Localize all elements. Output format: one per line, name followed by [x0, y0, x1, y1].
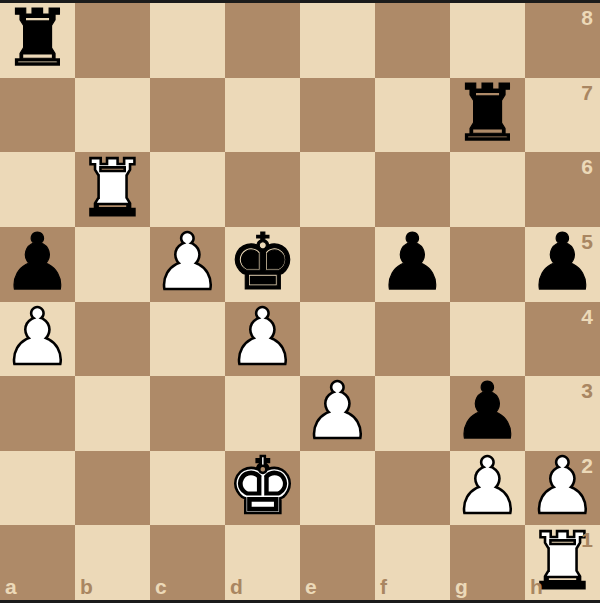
square-a7[interactable] [0, 78, 75, 153]
square-g3[interactable]: ♟ [450, 376, 525, 451]
square-a2[interactable] [0, 451, 75, 526]
white-king-piece[interactable]: ♚ [228, 449, 298, 523]
file-label-c: c [155, 576, 167, 597]
square-e7[interactable] [300, 78, 375, 153]
square-c1[interactable]: c [150, 525, 225, 600]
rank-label-8: 8 [581, 7, 593, 28]
file-label-a: a [5, 576, 17, 597]
square-c5[interactable]: ♟ [150, 227, 225, 302]
square-a4[interactable]: ♟ [0, 302, 75, 377]
square-b1[interactable]: b [75, 525, 150, 600]
square-e3[interactable]: ♟ [300, 376, 375, 451]
rank-label-7: 7 [581, 82, 593, 103]
square-d7[interactable] [225, 78, 300, 153]
board-frame-top [0, 0, 600, 3]
square-a5[interactable]: ♟ [0, 227, 75, 302]
square-g7[interactable]: ♜ [450, 78, 525, 153]
square-g6[interactable] [450, 152, 525, 227]
file-label-e: e [305, 576, 317, 597]
white-pawn-piece[interactable]: ♟ [228, 300, 298, 374]
square-b2[interactable] [75, 451, 150, 526]
square-c3[interactable] [150, 376, 225, 451]
square-b6[interactable]: ♜ [75, 152, 150, 227]
square-h8[interactable]: 8 [525, 3, 600, 78]
square-b8[interactable] [75, 3, 150, 78]
square-f3[interactable] [375, 376, 450, 451]
square-f8[interactable] [375, 3, 450, 78]
square-f6[interactable] [375, 152, 450, 227]
square-a6[interactable] [0, 152, 75, 227]
square-e6[interactable] [300, 152, 375, 227]
white-rook-piece[interactable]: ♜ [78, 151, 148, 225]
square-d2[interactable]: ♚ [225, 451, 300, 526]
square-f1[interactable]: f [375, 525, 450, 600]
square-h4[interactable]: 4 [525, 302, 600, 377]
white-pawn-piece[interactable]: ♟ [528, 449, 598, 523]
square-g1[interactable]: g [450, 525, 525, 600]
square-h1[interactable]: 1h♜ [525, 525, 600, 600]
black-pawn-piece[interactable]: ♟ [453, 374, 523, 448]
black-pawn-piece[interactable]: ♟ [378, 225, 448, 299]
square-c6[interactable] [150, 152, 225, 227]
black-pawn-piece[interactable]: ♟ [3, 225, 73, 299]
square-f2[interactable] [375, 451, 450, 526]
square-b3[interactable] [75, 376, 150, 451]
rank-label-4: 4 [581, 306, 593, 327]
square-c8[interactable] [150, 3, 225, 78]
white-pawn-piece[interactable]: ♟ [453, 449, 523, 523]
square-e2[interactable] [300, 451, 375, 526]
black-pawn-piece[interactable]: ♟ [528, 225, 598, 299]
square-h2[interactable]: 2♟ [525, 451, 600, 526]
black-rook-piece[interactable]: ♜ [453, 76, 523, 150]
white-rook-piece[interactable]: ♜ [528, 524, 598, 598]
square-b7[interactable] [75, 78, 150, 153]
square-g8[interactable] [450, 3, 525, 78]
square-c7[interactable] [150, 78, 225, 153]
white-pawn-piece[interactable]: ♟ [303, 374, 373, 448]
square-e5[interactable] [300, 227, 375, 302]
file-label-d: d [230, 576, 243, 597]
square-c2[interactable] [150, 451, 225, 526]
chess-board-grid: ♜8♜7♜6♟♟♚♟5♟♟♟4♟♟3♚♟2♟abcdefg1h♜ [0, 3, 600, 600]
white-pawn-piece[interactable]: ♟ [153, 225, 223, 299]
square-f5[interactable]: ♟ [375, 227, 450, 302]
square-f4[interactable] [375, 302, 450, 377]
black-king-piece[interactable]: ♚ [228, 225, 298, 299]
square-g2[interactable]: ♟ [450, 451, 525, 526]
white-pawn-piece[interactable]: ♟ [3, 300, 73, 374]
square-d1[interactable]: d [225, 525, 300, 600]
square-g5[interactable] [450, 227, 525, 302]
square-a1[interactable]: a [0, 525, 75, 600]
square-d4[interactable]: ♟ [225, 302, 300, 377]
square-h5[interactable]: 5♟ [525, 227, 600, 302]
square-f7[interactable] [375, 78, 450, 153]
square-d3[interactable] [225, 376, 300, 451]
square-a8[interactable]: ♜ [0, 3, 75, 78]
square-b5[interactable] [75, 227, 150, 302]
square-d5[interactable]: ♚ [225, 227, 300, 302]
rank-label-6: 6 [581, 156, 593, 177]
square-h3[interactable]: 3 [525, 376, 600, 451]
black-rook-piece[interactable]: ♜ [3, 1, 73, 75]
rank-label-3: 3 [581, 380, 593, 401]
square-b4[interactable] [75, 302, 150, 377]
file-label-f: f [380, 576, 387, 597]
square-d6[interactable] [225, 152, 300, 227]
square-g4[interactable] [450, 302, 525, 377]
square-d8[interactable] [225, 3, 300, 78]
square-a3[interactable] [0, 376, 75, 451]
square-h7[interactable]: 7 [525, 78, 600, 153]
square-h6[interactable]: 6 [525, 152, 600, 227]
square-e4[interactable] [300, 302, 375, 377]
chess-board-screenshot: ♜8♜7♜6♟♟♚♟5♟♟♟4♟♟3♚♟2♟abcdefg1h♜ [0, 0, 600, 603]
file-label-g: g [455, 576, 468, 597]
file-label-b: b [80, 576, 93, 597]
square-e1[interactable]: e [300, 525, 375, 600]
square-e8[interactable] [300, 3, 375, 78]
square-c4[interactable] [150, 302, 225, 377]
